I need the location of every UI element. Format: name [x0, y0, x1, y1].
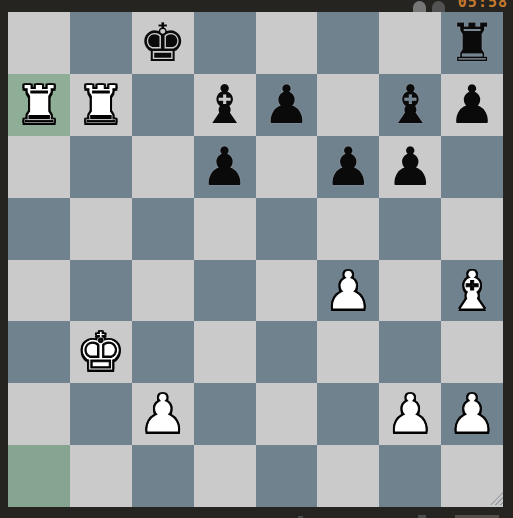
square-g3[interactable]: [379, 321, 441, 383]
square-e4[interactable]: [256, 260, 318, 322]
square-g2[interactable]: ♟: [379, 383, 441, 445]
square-a4[interactable]: [8, 260, 70, 322]
square-h5[interactable]: [441, 198, 503, 260]
bottom-bar: [0, 507, 513, 518]
square-h7[interactable]: ♟: [441, 74, 503, 136]
square-d4[interactable]: [194, 260, 256, 322]
square-b8[interactable]: [70, 12, 132, 74]
square-a2[interactable]: [8, 383, 70, 445]
square-h2[interactable]: ♟: [441, 383, 503, 445]
square-f3[interactable]: [317, 321, 379, 383]
piece-white-pawn[interactable]: ♟: [379, 383, 441, 444]
square-e7[interactable]: ♟: [256, 74, 318, 136]
game-clock: 05:58: [458, 0, 508, 11]
square-e5[interactable]: [256, 198, 318, 260]
piece-black-bishop[interactable]: ♝: [379, 74, 441, 135]
piece-white-rook[interactable]: ♜: [70, 74, 132, 135]
square-c7[interactable]: [132, 74, 194, 136]
square-b3[interactable]: ♚: [70, 321, 132, 383]
piece-white-rook[interactable]: ♜: [8, 74, 70, 135]
square-b4[interactable]: [70, 260, 132, 322]
square-c1[interactable]: [132, 445, 194, 507]
square-g1[interactable]: [379, 445, 441, 507]
square-f6[interactable]: ♟: [317, 136, 379, 198]
square-c3[interactable]: [132, 321, 194, 383]
square-d6[interactable]: ♟: [194, 136, 256, 198]
square-b5[interactable]: [70, 198, 132, 260]
square-d5[interactable]: [194, 198, 256, 260]
square-e1[interactable]: [256, 445, 318, 507]
square-e3[interactable]: [256, 321, 318, 383]
square-d1[interactable]: [194, 445, 256, 507]
square-f5[interactable]: [317, 198, 379, 260]
square-g5[interactable]: [379, 198, 441, 260]
piece-white-pawn[interactable]: ♟: [317, 260, 379, 321]
square-e2[interactable]: [256, 383, 318, 445]
square-a6[interactable]: [8, 136, 70, 198]
player-bust-icon: [413, 1, 426, 12]
piece-black-pawn[interactable]: ♟: [256, 74, 318, 135]
square-c4[interactable]: [132, 260, 194, 322]
square-a3[interactable]: [8, 321, 70, 383]
square-h1[interactable]: [441, 445, 503, 507]
piece-black-pawn[interactable]: ♟: [379, 136, 441, 197]
square-f1[interactable]: [317, 445, 379, 507]
header-bar: 05:58: [0, 0, 513, 12]
square-f7[interactable]: [317, 74, 379, 136]
square-c5[interactable]: [132, 198, 194, 260]
square-e6[interactable]: [256, 136, 318, 198]
chess-board[interactable]: ♚♜♜♜♝♟♝♟♟♟♟♟♝♚♟♟♟: [8, 12, 503, 507]
piece-black-pawn[interactable]: ♟: [441, 74, 503, 135]
square-d7[interactable]: ♝: [194, 74, 256, 136]
square-b2[interactable]: [70, 383, 132, 445]
square-b1[interactable]: [70, 445, 132, 507]
square-g4[interactable]: [379, 260, 441, 322]
app-window: 05:58 ♚♜♜♜♝♟♝♟♟♟♟♟♝♚♟♟♟: [0, 0, 513, 518]
piece-white-pawn[interactable]: ♟: [132, 383, 194, 444]
square-h6[interactable]: [441, 136, 503, 198]
piece-black-bishop[interactable]: ♝: [194, 74, 256, 135]
square-d3[interactable]: [194, 321, 256, 383]
square-f2[interactable]: [317, 383, 379, 445]
piece-black-king[interactable]: ♚: [132, 12, 194, 73]
piece-black-pawn[interactable]: ♟: [317, 136, 379, 197]
square-d2[interactable]: [194, 383, 256, 445]
square-a7[interactable]: ♜: [8, 74, 70, 136]
square-g6[interactable]: ♟: [379, 136, 441, 198]
square-c8[interactable]: ♚: [132, 12, 194, 74]
square-g7[interactable]: ♝: [379, 74, 441, 136]
square-b7[interactable]: ♜: [70, 74, 132, 136]
square-h4[interactable]: ♝: [441, 260, 503, 322]
square-b6[interactable]: [70, 136, 132, 198]
piece-white-king[interactable]: ♚: [70, 321, 132, 382]
square-d8[interactable]: [194, 12, 256, 74]
square-a1[interactable]: [8, 445, 70, 507]
square-e8[interactable]: [256, 12, 318, 74]
square-c2[interactable]: ♟: [132, 383, 194, 445]
player-bust-icon: [432, 1, 445, 12]
square-c6[interactable]: [132, 136, 194, 198]
square-a8[interactable]: [8, 12, 70, 74]
piece-white-pawn[interactable]: ♟: [441, 383, 503, 444]
piece-white-bishop[interactable]: ♝: [441, 260, 503, 321]
square-h3[interactable]: [441, 321, 503, 383]
piece-black-pawn[interactable]: ♟: [194, 136, 256, 197]
piece-black-rook[interactable]: ♜: [441, 12, 503, 73]
square-f4[interactable]: ♟: [317, 260, 379, 322]
square-g8[interactable]: [379, 12, 441, 74]
square-h8[interactable]: ♜: [441, 12, 503, 74]
square-f8[interactable]: [317, 12, 379, 74]
square-a5[interactable]: [8, 198, 70, 260]
